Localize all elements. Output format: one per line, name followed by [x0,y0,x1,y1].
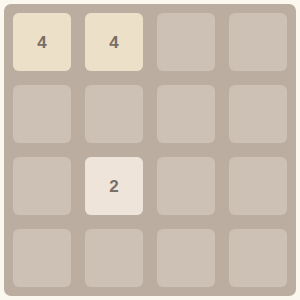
cell-r1c4 [229,13,287,71]
cell-r4c3 [157,229,215,287]
cell-r3c1 [13,157,71,215]
cell-r1c2: 4 [85,13,143,71]
cell-r2c2 [85,85,143,143]
cell-r4c4 [229,229,287,287]
cell-r3c2: 2 [85,157,143,215]
cell-r4c2 [85,229,143,287]
tile-4: 4 [85,13,143,71]
cell-r2c1 [13,85,71,143]
cell-r2c4 [229,85,287,143]
cell-r1c3 [157,13,215,71]
page-background: 442 [0,0,300,300]
cell-r3c3 [157,157,215,215]
game-board-2048[interactable]: 442 [4,4,296,296]
cell-r4c1 [13,229,71,287]
tile-4: 4 [13,13,71,71]
cell-r2c3 [157,85,215,143]
cell-r3c4 [229,157,287,215]
cell-r1c1: 4 [13,13,71,71]
tile-2: 2 [85,157,143,215]
